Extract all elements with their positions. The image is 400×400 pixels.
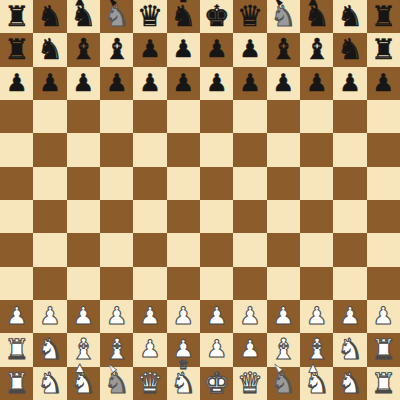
square-d8[interactable] bbox=[100, 133, 133, 166]
square-j5[interactable] bbox=[300, 233, 333, 266]
square-g12[interactable]: ♚ bbox=[200, 0, 233, 33]
white-pawn[interactable]: ♟ bbox=[339, 300, 361, 333]
square-k5[interactable] bbox=[333, 233, 366, 266]
black-bishop[interactable]: ♝ bbox=[70, 33, 96, 66]
square-h11[interactable]: ♟ bbox=[233, 33, 266, 66]
white-cardinal[interactable]: ♞▲ bbox=[304, 367, 330, 400]
black-unicorn[interactable]: ♞▲ bbox=[270, 0, 296, 33]
square-e9[interactable] bbox=[133, 100, 166, 133]
white-pawn[interactable]: ♟ bbox=[6, 300, 28, 333]
square-h12[interactable]: ♛ bbox=[233, 0, 266, 33]
black-knight[interactable]: ♞ bbox=[337, 0, 363, 33]
black-rook[interactable]: ♜ bbox=[4, 33, 29, 66]
black-pawn[interactable]: ♟ bbox=[206, 67, 228, 100]
square-k2[interactable]: ♞ bbox=[333, 333, 366, 366]
square-j8[interactable] bbox=[300, 133, 333, 166]
square-f5[interactable] bbox=[167, 233, 200, 266]
square-h8[interactable] bbox=[233, 133, 266, 166]
square-j7[interactable] bbox=[300, 167, 333, 200]
square-f3[interactable]: ♟ bbox=[167, 300, 200, 333]
square-h4[interactable] bbox=[233, 267, 266, 300]
black-pawn[interactable]: ♟ bbox=[306, 67, 328, 100]
square-b4[interactable] bbox=[33, 267, 66, 300]
square-j3[interactable]: ♟ bbox=[300, 300, 333, 333]
square-c1[interactable]: ♞▲ bbox=[67, 367, 100, 400]
square-l10[interactable]: ♟ bbox=[367, 67, 400, 100]
black-pawn[interactable]: ♟ bbox=[273, 67, 295, 100]
square-d7[interactable] bbox=[100, 167, 133, 200]
square-c9[interactable] bbox=[67, 100, 100, 133]
square-h1[interactable]: ♛ bbox=[233, 367, 266, 400]
square-f4[interactable] bbox=[167, 267, 200, 300]
black-pawn[interactable]: ♟ bbox=[173, 33, 195, 66]
white-pawn[interactable]: ♟ bbox=[206, 300, 228, 333]
square-e1[interactable]: ♛ bbox=[133, 367, 166, 400]
white-bishop[interactable]: ♝ bbox=[104, 333, 130, 366]
square-e4[interactable] bbox=[133, 267, 166, 300]
square-a3[interactable]: ♟ bbox=[0, 300, 33, 333]
square-a4[interactable] bbox=[0, 267, 33, 300]
white-unicorn[interactable]: ♞▲ bbox=[270, 367, 296, 400]
square-i10[interactable]: ♟ bbox=[267, 67, 300, 100]
square-e7[interactable] bbox=[133, 167, 166, 200]
square-c3[interactable]: ♟ bbox=[67, 300, 100, 333]
square-a6[interactable] bbox=[0, 200, 33, 233]
square-b9[interactable] bbox=[33, 100, 66, 133]
square-h5[interactable] bbox=[233, 233, 266, 266]
square-g10[interactable]: ♟ bbox=[200, 67, 233, 100]
amazon-crown-icon: ♛ bbox=[177, 0, 189, 4]
square-c2[interactable]: ♝ bbox=[67, 333, 100, 366]
square-c6[interactable] bbox=[67, 200, 100, 233]
square-e10[interactable]: ♟ bbox=[133, 67, 166, 100]
white-pawn[interactable]: ♟ bbox=[273, 300, 295, 333]
white-knight[interactable]: ♞ bbox=[37, 333, 63, 366]
square-l12[interactable]: ♜ bbox=[367, 0, 400, 33]
square-g2[interactable]: ♟ bbox=[200, 333, 233, 366]
square-d9[interactable] bbox=[100, 100, 133, 133]
black-pawn[interactable]: ♟ bbox=[339, 67, 361, 100]
white-rook[interactable]: ♜ bbox=[4, 367, 29, 400]
black-pawn[interactable]: ♟ bbox=[6, 67, 28, 100]
square-a10[interactable]: ♟ bbox=[0, 67, 33, 100]
square-k8[interactable] bbox=[333, 133, 366, 166]
square-e6[interactable] bbox=[133, 200, 166, 233]
white-king[interactable]: ♚ bbox=[204, 367, 230, 400]
square-i2[interactable]: ♝ bbox=[267, 333, 300, 366]
black-rook[interactable]: ♜ bbox=[371, 0, 396, 33]
square-f11[interactable]: ♟ bbox=[167, 33, 200, 66]
square-i3[interactable]: ♟ bbox=[267, 300, 300, 333]
square-a11[interactable]: ♜ bbox=[0, 33, 33, 66]
square-d4[interactable] bbox=[100, 267, 133, 300]
square-a1[interactable]: ♜ bbox=[0, 367, 33, 400]
square-j6[interactable] bbox=[300, 200, 333, 233]
square-l2[interactable]: ♜ bbox=[367, 333, 400, 366]
square-g1[interactable]: ♚ bbox=[200, 367, 233, 400]
square-h2[interactable]: ♟ bbox=[233, 333, 266, 366]
square-b6[interactable] bbox=[33, 200, 66, 233]
square-k12[interactable]: ♞ bbox=[333, 0, 366, 33]
white-knight[interactable]: ♞ bbox=[37, 367, 63, 400]
square-d1[interactable]: ♞▲ bbox=[100, 367, 133, 400]
black-unicorn[interactable]: ♞▲ bbox=[104, 0, 130, 33]
black-rook[interactable]: ♜ bbox=[371, 33, 396, 66]
square-b7[interactable] bbox=[33, 167, 66, 200]
black-knight[interactable]: ♞ bbox=[337, 33, 363, 66]
square-i12[interactable]: ♞▲ bbox=[267, 0, 300, 33]
black-knight[interactable]: ♞ bbox=[37, 33, 63, 66]
square-f9[interactable] bbox=[167, 100, 200, 133]
square-d6[interactable] bbox=[100, 200, 133, 233]
square-e8[interactable] bbox=[133, 133, 166, 166]
square-j4[interactable] bbox=[300, 267, 333, 300]
square-j9[interactable] bbox=[300, 100, 333, 133]
white-pawn[interactable]: ♟ bbox=[373, 300, 395, 333]
white-cardinal[interactable]: ♞▲ bbox=[70, 367, 96, 400]
square-j10[interactable]: ♟ bbox=[300, 67, 333, 100]
square-d12[interactable]: ♞▲ bbox=[100, 0, 133, 33]
square-b2[interactable]: ♞ bbox=[33, 333, 66, 366]
square-i9[interactable] bbox=[267, 100, 300, 133]
black-rook[interactable]: ♜ bbox=[4, 0, 29, 33]
square-h10[interactable]: ♟ bbox=[233, 67, 266, 100]
square-k1[interactable]: ♞ bbox=[333, 367, 366, 400]
square-a7[interactable] bbox=[0, 167, 33, 200]
black-pawn[interactable]: ♟ bbox=[73, 67, 95, 100]
black-pawn[interactable]: ♟ bbox=[173, 67, 195, 100]
black-bishop[interactable]: ♝ bbox=[304, 33, 330, 66]
black-bishop[interactable]: ♝ bbox=[104, 33, 130, 66]
white-unicorn[interactable]: ♞▲ bbox=[104, 367, 130, 400]
white-queen[interactable]: ♛ bbox=[237, 367, 263, 400]
black-pawn[interactable]: ♟ bbox=[373, 67, 395, 100]
black-pawn[interactable]: ♟ bbox=[139, 67, 161, 100]
white-pawn[interactable]: ♟ bbox=[173, 300, 195, 333]
square-j2[interactable]: ♝ bbox=[300, 333, 333, 366]
square-l11[interactable]: ♜ bbox=[367, 33, 400, 66]
square-a8[interactable] bbox=[0, 133, 33, 166]
white-pawn[interactable]: ♟ bbox=[139, 333, 161, 366]
square-i6[interactable] bbox=[267, 200, 300, 233]
square-c4[interactable] bbox=[67, 267, 100, 300]
square-i1[interactable]: ♞▲ bbox=[267, 367, 300, 400]
square-c7[interactable] bbox=[67, 167, 100, 200]
square-b8[interactable] bbox=[33, 133, 66, 166]
square-i4[interactable] bbox=[267, 267, 300, 300]
square-g6[interactable] bbox=[200, 200, 233, 233]
square-d3[interactable]: ♟ bbox=[100, 300, 133, 333]
square-g5[interactable] bbox=[200, 233, 233, 266]
square-f7[interactable] bbox=[167, 167, 200, 200]
square-l8[interactable] bbox=[367, 133, 400, 166]
square-k11[interactable]: ♞ bbox=[333, 33, 366, 66]
square-l1[interactable]: ♜ bbox=[367, 367, 400, 400]
black-pawn[interactable]: ♟ bbox=[239, 67, 261, 100]
square-g3[interactable]: ♟ bbox=[200, 300, 233, 333]
white-pawn[interactable]: ♟ bbox=[239, 333, 261, 366]
black-cardinal[interactable]: ♞▲ bbox=[304, 0, 330, 33]
square-c10[interactable]: ♟ bbox=[67, 67, 100, 100]
black-bishop[interactable]: ♝ bbox=[270, 33, 296, 66]
black-pawn[interactable]: ♟ bbox=[106, 67, 128, 100]
white-pawn[interactable]: ♟ bbox=[73, 300, 95, 333]
square-f2[interactable]: ♟ bbox=[167, 333, 200, 366]
square-j12[interactable]: ♞▲ bbox=[300, 0, 333, 33]
square-i11[interactable]: ♝ bbox=[267, 33, 300, 66]
game-board: ♜♞♞▲♞▲♛♞♛♚♛♞▲♞▲♞♜♜♞♝♝♟♟♟♟♝♝♞♜♟♟♟♟♟♟♟♟♟♟♟… bbox=[0, 0, 400, 400]
square-l6[interactable] bbox=[367, 200, 400, 233]
square-l9[interactable] bbox=[367, 100, 400, 133]
white-rook[interactable]: ♜ bbox=[371, 367, 396, 400]
square-f8[interactable] bbox=[167, 133, 200, 166]
white-rook[interactable]: ♜ bbox=[4, 333, 29, 366]
square-d10[interactable]: ♟ bbox=[100, 67, 133, 100]
square-c8[interactable] bbox=[67, 133, 100, 166]
square-b5[interactable] bbox=[33, 233, 66, 266]
square-a12[interactable]: ♜ bbox=[0, 0, 33, 33]
cardinal-mitre-icon: ▲ bbox=[75, 0, 83, 6]
square-h6[interactable] bbox=[233, 200, 266, 233]
square-g4[interactable] bbox=[200, 267, 233, 300]
black-pawn[interactable]: ♟ bbox=[139, 33, 161, 66]
white-pawn[interactable]: ♟ bbox=[306, 300, 328, 333]
white-queen[interactable]: ♛ bbox=[137, 367, 163, 400]
square-f1[interactable]: ♞♛ bbox=[167, 367, 200, 400]
square-e5[interactable] bbox=[133, 233, 166, 266]
square-h7[interactable] bbox=[233, 167, 266, 200]
black-cardinal[interactable]: ♞▲ bbox=[70, 0, 96, 33]
square-g7[interactable] bbox=[200, 167, 233, 200]
square-e12[interactable]: ♛ bbox=[133, 0, 166, 33]
white-pawn[interactable]: ♟ bbox=[173, 333, 195, 366]
white-rook[interactable]: ♜ bbox=[371, 333, 396, 366]
square-k9[interactable] bbox=[333, 100, 366, 133]
square-a9[interactable] bbox=[0, 100, 33, 133]
white-bishop[interactable]: ♝ bbox=[304, 333, 330, 366]
square-l5[interactable] bbox=[367, 233, 400, 266]
white-amazon[interactable]: ♞♛ bbox=[170, 367, 196, 400]
square-l3[interactable]: ♟ bbox=[367, 300, 400, 333]
square-l4[interactable] bbox=[367, 267, 400, 300]
square-f10[interactable]: ♟ bbox=[167, 67, 200, 100]
square-a5[interactable] bbox=[0, 233, 33, 266]
white-pawn[interactable]: ♟ bbox=[39, 300, 61, 333]
square-k6[interactable] bbox=[333, 200, 366, 233]
square-d5[interactable] bbox=[100, 233, 133, 266]
black-queen[interactable]: ♛ bbox=[137, 0, 163, 33]
black-knight[interactable]: ♞ bbox=[37, 0, 63, 33]
white-knight[interactable]: ♞ bbox=[337, 333, 363, 366]
black-pawn[interactable]: ♟ bbox=[239, 33, 261, 66]
square-k7[interactable] bbox=[333, 167, 366, 200]
white-pawn[interactable]: ♟ bbox=[139, 300, 161, 333]
square-e11[interactable]: ♟ bbox=[133, 33, 166, 66]
square-h9[interactable] bbox=[233, 100, 266, 133]
black-amazon[interactable]: ♞♛ bbox=[170, 0, 196, 33]
square-c12[interactable]: ♞▲ bbox=[67, 0, 100, 33]
square-f6[interactable] bbox=[167, 200, 200, 233]
black-pawn[interactable]: ♟ bbox=[206, 33, 228, 66]
white-knight[interactable]: ♞ bbox=[337, 367, 363, 400]
cardinal-mitre-icon: ▲ bbox=[309, 0, 317, 6]
square-j1[interactable]: ♞▲ bbox=[300, 367, 333, 400]
square-k10[interactable]: ♟ bbox=[333, 67, 366, 100]
black-queen[interactable]: ♛ bbox=[237, 0, 263, 33]
square-i8[interactable] bbox=[267, 133, 300, 166]
white-bishop[interactable]: ♝ bbox=[70, 333, 96, 366]
unicorn-horn-icon: ▲ bbox=[272, 0, 284, 6]
white-pawn[interactable]: ♟ bbox=[206, 333, 228, 366]
square-b1[interactable]: ♞ bbox=[33, 367, 66, 400]
white-pawn[interactable]: ♟ bbox=[106, 300, 128, 333]
square-g11[interactable]: ♟ bbox=[200, 33, 233, 66]
square-b12[interactable]: ♞ bbox=[33, 0, 66, 33]
square-e3[interactable]: ♟ bbox=[133, 300, 166, 333]
square-i5[interactable] bbox=[267, 233, 300, 266]
square-b10[interactable]: ♟ bbox=[33, 67, 66, 100]
unicorn-horn-icon: ▲ bbox=[105, 0, 117, 6]
square-j11[interactable]: ♝ bbox=[300, 33, 333, 66]
black-king[interactable]: ♚ bbox=[204, 0, 230, 33]
square-f12[interactable]: ♞♛ bbox=[167, 0, 200, 33]
square-b11[interactable]: ♞ bbox=[33, 33, 66, 66]
square-c5[interactable] bbox=[67, 233, 100, 266]
white-bishop[interactable]: ♝ bbox=[270, 333, 296, 366]
square-k4[interactable] bbox=[333, 267, 366, 300]
square-a2[interactable]: ♜ bbox=[0, 333, 33, 366]
square-b3[interactable]: ♟ bbox=[33, 300, 66, 333]
square-g9[interactable] bbox=[200, 100, 233, 133]
square-d11[interactable]: ♝ bbox=[100, 33, 133, 66]
square-g8[interactable] bbox=[200, 133, 233, 166]
black-pawn[interactable]: ♟ bbox=[39, 67, 61, 100]
square-h3[interactable]: ♟ bbox=[233, 300, 266, 333]
square-d2[interactable]: ♝ bbox=[100, 333, 133, 366]
square-i7[interactable] bbox=[267, 167, 300, 200]
square-c11[interactable]: ♝ bbox=[67, 33, 100, 66]
white-pawn[interactable]: ♟ bbox=[239, 300, 261, 333]
square-l7[interactable] bbox=[367, 167, 400, 200]
square-k3[interactable]: ♟ bbox=[333, 300, 366, 333]
square-e2[interactable]: ♟ bbox=[133, 333, 166, 366]
